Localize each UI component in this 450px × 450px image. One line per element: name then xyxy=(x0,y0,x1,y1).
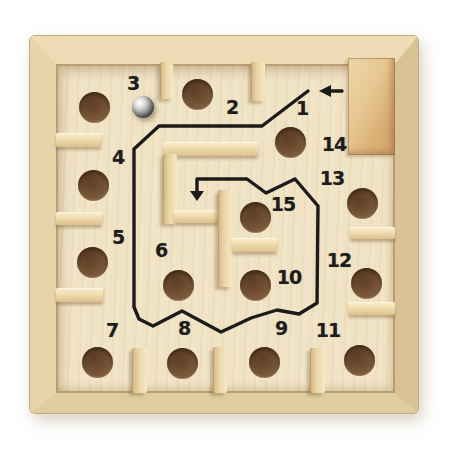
hole-number-10: 10 xyxy=(277,266,301,288)
hole-number-11: 11 xyxy=(316,319,340,341)
hole-number-2: 2 xyxy=(226,96,238,118)
hole-number-7: 7 xyxy=(106,319,118,341)
hole-number-14: 14 xyxy=(322,133,346,155)
hole-number-12: 12 xyxy=(327,249,351,271)
hole-number-4: 4 xyxy=(112,146,124,168)
hole-number-3: 3 xyxy=(127,72,139,94)
hole-number-1: 1 xyxy=(296,97,308,119)
hole-numbers-layer: 123456789101112131415 xyxy=(0,0,450,450)
hole-number-13: 13 xyxy=(320,167,344,189)
hole-number-5: 5 xyxy=(112,226,124,248)
hole-number-6: 6 xyxy=(155,239,167,261)
hole-number-15: 15 xyxy=(271,193,295,215)
labyrinth-board: 123456789101112131415 xyxy=(0,0,450,450)
hole-number-9: 9 xyxy=(275,317,287,339)
hole-number-8: 8 xyxy=(178,317,190,339)
